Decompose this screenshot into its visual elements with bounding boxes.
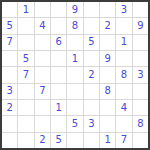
sudoku-cell-r3c3[interactable] (35, 35, 50, 50)
sudoku-cell-r3c7[interactable] (100, 35, 115, 50)
sudoku-cell-r5c5[interactable] (67, 67, 82, 82)
sudoku-cell-r7c6[interactable] (84, 100, 99, 115)
sudoku-cell-r2c9[interactable]: 9 (133, 18, 148, 33)
sudoku-cell-r7c3[interactable] (35, 100, 50, 115)
sudoku-cell-r5c9[interactable]: 3 (133, 67, 148, 82)
sudoku-cell-r5c6[interactable]: 2 (84, 67, 99, 82)
sudoku-cell-r6c1[interactable]: 3 (2, 84, 17, 99)
sudoku-cell-r2c5[interactable]: 8 (67, 18, 82, 33)
sudoku-cell-r3c9[interactable] (133, 35, 148, 50)
sudoku-cell-r3c5[interactable] (67, 35, 82, 50)
sudoku-cell-r2c1[interactable]: 5 (2, 18, 17, 33)
sudoku-cell-r6c4[interactable] (51, 84, 66, 99)
sudoku-cell-r5c8[interactable]: 8 (116, 67, 131, 82)
sudoku-cell-r7c4[interactable]: 1 (51, 100, 66, 115)
sudoku-cell-r7c8[interactable]: 4 (116, 100, 131, 115)
sudoku-cell-r7c7[interactable] (100, 100, 115, 115)
sudoku-cell-r6c9[interactable] (133, 84, 148, 99)
sudoku-cell-r5c1[interactable] (2, 67, 17, 82)
sudoku-cell-r1c4[interactable] (51, 2, 66, 17)
sudoku-cell-r9c2[interactable] (18, 133, 33, 148)
sudoku-cell-r3c2[interactable] (18, 35, 33, 50)
sudoku-cell-r8c9[interactable]: 8 (133, 116, 148, 131)
sudoku-cell-r9c9[interactable] (133, 133, 148, 148)
sudoku-cell-r9c4[interactable]: 5 (51, 133, 66, 148)
sudoku-cell-r2c8[interactable] (116, 18, 131, 33)
sudoku-cell-r8c1[interactable] (2, 116, 17, 131)
sudoku-cell-r4c2[interactable]: 5 (18, 51, 33, 66)
sudoku-cell-r9c8[interactable]: 7 (116, 133, 131, 148)
sudoku-cell-r5c4[interactable] (51, 67, 66, 82)
sudoku-cell-r8c5[interactable]: 5 (67, 116, 82, 131)
sudoku-cell-r4c8[interactable] (116, 51, 131, 66)
sudoku-cell-r1c2[interactable]: 1 (18, 2, 33, 17)
sudoku-cell-r8c4[interactable] (51, 116, 66, 131)
sudoku-cell-r9c3[interactable]: 2 (35, 133, 50, 148)
sudoku-cell-r2c4[interactable] (51, 18, 66, 33)
sudoku-cell-r4c6[interactable] (84, 51, 99, 66)
sudoku-cell-r3c4[interactable]: 6 (51, 35, 66, 50)
sudoku-cell-r6c3[interactable]: 7 (35, 84, 50, 99)
sudoku-cell-r4c4[interactable] (51, 51, 66, 66)
sudoku-cell-r3c6[interactable]: 5 (84, 35, 99, 50)
sudoku-cell-r5c3[interactable] (35, 67, 50, 82)
sudoku-cell-r2c7[interactable]: 2 (100, 18, 115, 33)
sudoku-cell-r1c1[interactable] (2, 2, 17, 17)
sudoku-cell-r9c5[interactable] (67, 133, 82, 148)
sudoku-cell-r2c3[interactable]: 4 (35, 18, 50, 33)
sudoku-cell-r8c6[interactable]: 3 (84, 116, 99, 131)
sudoku-cell-r9c6[interactable] (84, 133, 99, 148)
sudoku-cell-r3c1[interactable]: 7 (2, 35, 17, 50)
sudoku-cell-r4c9[interactable] (133, 51, 148, 66)
sudoku-cell-r1c7[interactable] (100, 2, 115, 17)
sudoku-board: 19354829765151972833782145382517 (0, 0, 150, 150)
sudoku-cell-r7c5[interactable] (67, 100, 82, 115)
sudoku-cell-r6c5[interactable] (67, 84, 82, 99)
sudoku-cell-r2c2[interactable] (18, 18, 33, 33)
sudoku-cell-r6c7[interactable]: 8 (100, 84, 115, 99)
sudoku-cell-r6c8[interactable] (116, 84, 131, 99)
sudoku-cell-r4c7[interactable]: 9 (100, 51, 115, 66)
sudoku-cell-r1c8[interactable]: 3 (116, 2, 131, 17)
sudoku-cell-r5c2[interactable]: 7 (18, 67, 33, 82)
sudoku-cell-r1c3[interactable] (35, 2, 50, 17)
sudoku-cell-r3c8[interactable]: 1 (116, 35, 131, 50)
sudoku-cell-r8c8[interactable] (116, 116, 131, 131)
sudoku-cell-r1c5[interactable]: 9 (67, 2, 82, 17)
sudoku-cell-r7c2[interactable] (18, 100, 33, 115)
sudoku-cell-r2c6[interactable] (84, 18, 99, 33)
sudoku-cell-r5c7[interactable] (100, 67, 115, 82)
sudoku-cell-r9c7[interactable]: 1 (100, 133, 115, 148)
sudoku-cell-r1c6[interactable] (84, 2, 99, 17)
sudoku-cell-r7c1[interactable]: 2 (2, 100, 17, 115)
sudoku-cell-r1c9[interactable] (133, 2, 148, 17)
sudoku-cell-r8c7[interactable] (100, 116, 115, 131)
sudoku-cell-r4c1[interactable] (2, 51, 17, 66)
sudoku-cell-r4c5[interactable]: 1 (67, 51, 82, 66)
sudoku-cell-r8c2[interactable] (18, 116, 33, 131)
sudoku-cell-r6c2[interactable] (18, 84, 33, 99)
sudoku-cell-r9c1[interactable] (2, 133, 17, 148)
sudoku-cell-r4c3[interactable] (35, 51, 50, 66)
sudoku-cell-r8c3[interactable] (35, 116, 50, 131)
sudoku-cell-r7c9[interactable] (133, 100, 148, 115)
sudoku-cell-r6c6[interactable] (84, 84, 99, 99)
